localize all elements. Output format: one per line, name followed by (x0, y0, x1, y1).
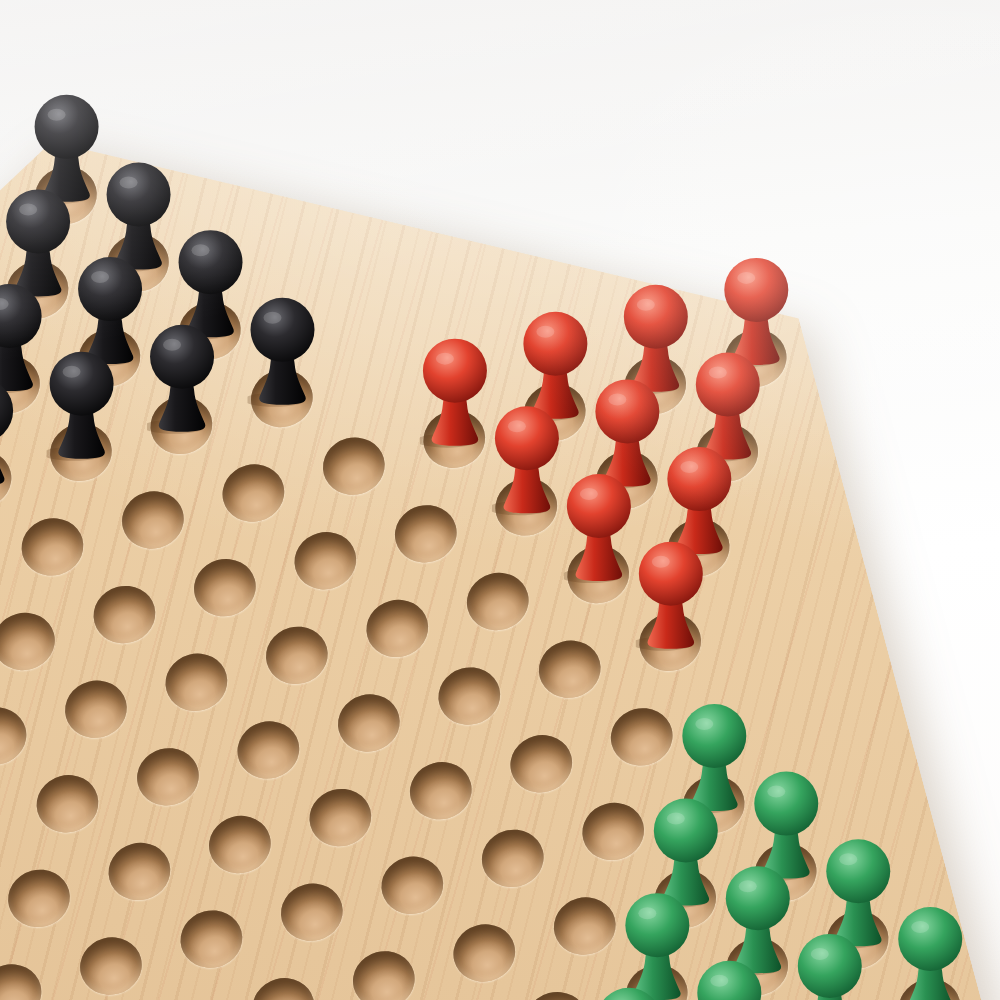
board-hole[interactable] (475, 823, 550, 894)
board-hole[interactable] (231, 714, 306, 785)
peg-red[interactable] (636, 541, 706, 653)
peg-head-highlight (580, 488, 598, 500)
peg-head-highlight (811, 948, 829, 960)
board-hole[interactable] (203, 809, 278, 880)
peg-red[interactable] (420, 338, 490, 450)
peg-head-highlight (737, 272, 755, 284)
peg-head-highlight (608, 393, 626, 405)
peg-head (898, 907, 962, 971)
peg-head (654, 799, 718, 863)
peg-green[interactable] (795, 933, 865, 1000)
peg-head (798, 934, 862, 998)
peg-body (0, 430, 4, 486)
board-hole[interactable] (15, 511, 90, 582)
peg-head-highlight (709, 366, 727, 378)
peg-head (0, 379, 13, 443)
peg-green[interactable] (895, 906, 965, 1000)
peg-head-highlight (695, 718, 713, 730)
board-hole[interactable] (288, 525, 363, 596)
peg-head-highlight (508, 420, 526, 432)
peg-head-highlight (839, 853, 857, 865)
peg-head (150, 325, 214, 389)
peg-head (50, 352, 114, 416)
board-hole[interactable] (0, 795, 4, 866)
peg-black[interactable] (0, 378, 16, 490)
peg-head (724, 258, 788, 322)
peg-head (0, 284, 42, 348)
board-hole[interactable] (604, 701, 679, 772)
peg-green[interactable] (594, 987, 664, 1000)
peg-black[interactable] (47, 351, 117, 463)
board-hole[interactable] (532, 634, 607, 705)
peg-head (726, 866, 790, 930)
peg-head (595, 379, 659, 443)
board-hole[interactable] (174, 904, 249, 975)
board-hole[interactable] (74, 930, 149, 1000)
peg-green[interactable] (622, 892, 692, 1000)
board-hole[interactable] (30, 768, 105, 839)
peg-head (35, 95, 99, 159)
peg-head-highlight (263, 312, 281, 324)
peg-head (754, 772, 818, 836)
peg-black[interactable] (147, 324, 217, 436)
photo-scene (0, 0, 1000, 1000)
board-hole[interactable] (260, 620, 335, 691)
peg-head-highlight (637, 299, 655, 311)
peg-head-highlight (163, 339, 181, 351)
peg-head-highlight (436, 353, 454, 365)
board-hole[interactable] (346, 944, 421, 1000)
peg-head-highlight (48, 109, 66, 121)
peg-head (682, 704, 746, 768)
board-hole[interactable] (375, 850, 450, 921)
peg-head-highlight (536, 326, 554, 338)
peg-head-highlight (739, 880, 757, 892)
peg-head (696, 352, 760, 416)
peg-head (697, 961, 761, 1000)
peg-head (523, 312, 587, 376)
peg-head (667, 447, 731, 511)
peg-head-highlight (767, 786, 785, 798)
board-hole[interactable] (216, 457, 291, 528)
peg-head (639, 542, 703, 606)
peg-head (567, 474, 631, 538)
board-hole[interactable] (360, 593, 435, 664)
peg-head-highlight (19, 203, 37, 215)
board-hole[interactable] (576, 796, 651, 867)
peg-head-highlight (63, 366, 81, 378)
peg-head-highlight (680, 461, 698, 473)
board-hole[interactable] (116, 484, 191, 555)
board-hole[interactable] (188, 552, 263, 623)
board-hole[interactable] (2, 863, 77, 934)
board-hole[interactable] (0, 957, 48, 1000)
peg-head (6, 189, 70, 253)
peg-head (624, 285, 688, 349)
peg-black[interactable] (247, 297, 317, 409)
board-hole[interactable] (331, 687, 406, 758)
board-hole[interactable] (303, 782, 378, 853)
peg-head (78, 257, 142, 321)
peg-head-highlight (667, 813, 685, 825)
peg-head-highlight (710, 975, 728, 987)
board-hole[interactable] (447, 917, 522, 988)
peg-head-highlight (192, 244, 210, 256)
peg-head-highlight (638, 907, 656, 919)
board-hole[interactable] (547, 890, 622, 961)
board-hole[interactable] (131, 741, 206, 812)
board-hole[interactable] (87, 579, 162, 650)
board-hole[interactable] (246, 971, 321, 1000)
peg-head (423, 339, 487, 403)
board-hole[interactable] (460, 566, 535, 637)
board-hole[interactable] (0, 606, 61, 677)
peg-head (625, 893, 689, 957)
peg-head (826, 839, 890, 903)
peg-head (597, 988, 661, 1000)
peg-green[interactable] (694, 960, 764, 1000)
peg-head-highlight (911, 921, 929, 933)
board-hole[interactable] (504, 728, 579, 799)
peg-head-highlight (652, 556, 670, 568)
peg-red[interactable] (564, 473, 634, 585)
peg-head (107, 163, 171, 227)
peg-head-highlight (91, 271, 109, 283)
board-hole[interactable] (59, 674, 134, 745)
board-hole[interactable] (0, 701, 33, 772)
peg-head (179, 230, 243, 294)
board-hole[interactable] (159, 647, 234, 718)
board-hole[interactable] (519, 985, 594, 1000)
board-hole[interactable] (388, 498, 463, 569)
peg-head (495, 406, 559, 470)
peg-head-highlight (120, 177, 138, 189)
board-hole[interactable] (102, 836, 177, 907)
board-hole[interactable] (316, 431, 391, 502)
peg-head (250, 298, 314, 362)
board-hole[interactable] (403, 755, 478, 826)
board-hole[interactable] (275, 877, 350, 948)
board-hole[interactable] (432, 661, 507, 732)
peg-red[interactable] (492, 405, 562, 517)
